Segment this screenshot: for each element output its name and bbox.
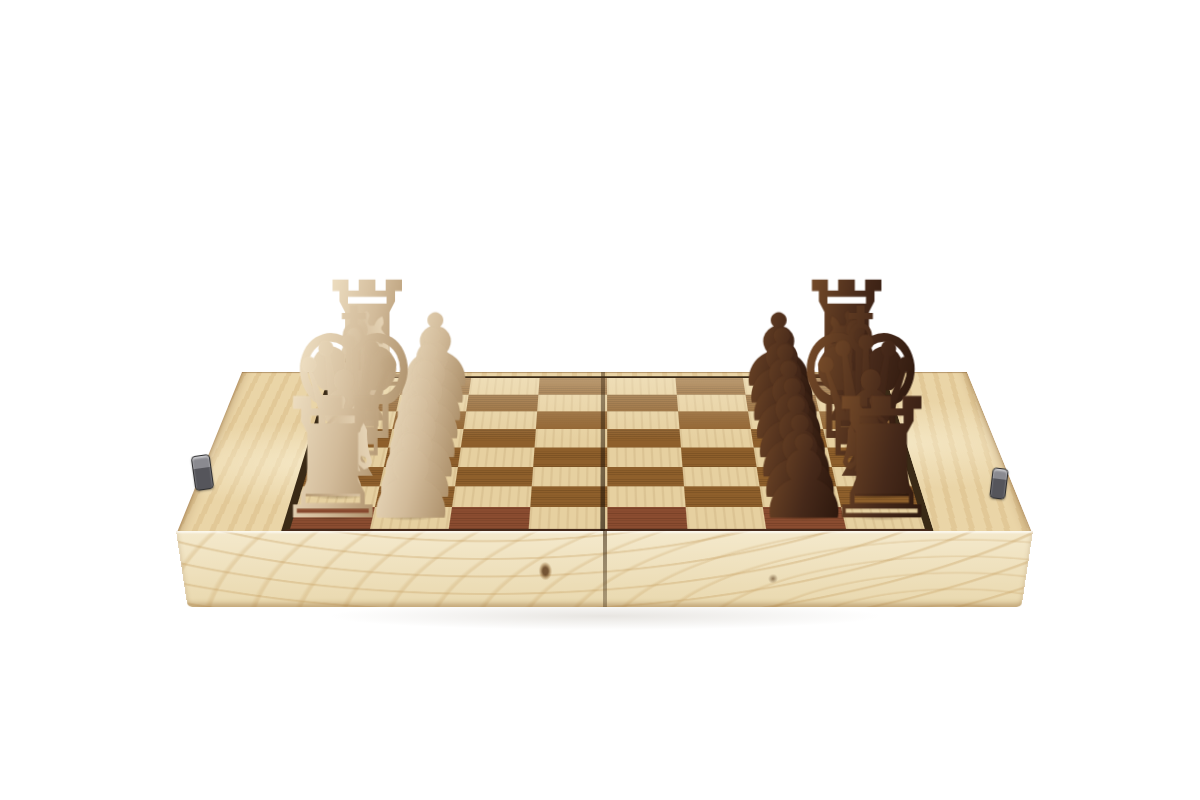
pieces-layer: ♜♟♟♜♞♟♟♞♝♟♟♝♚♟♟♚♛♟♟♛♝♟♟♝♞♟♟♞♜♟♟♜ — [177, 372, 1033, 533]
box-front-face — [176, 531, 1033, 607]
fold-seam-front — [603, 531, 607, 607]
chess-board: ♜♟♟♜♞♟♟♞♝♟♟♝♚♟♟♚♛♟♟♛♝♟♟♝♞♟♟♞♜♟♟♜ — [177, 372, 1033, 533]
photo-stage: ♜♟♟♜♞♟♟♞♝♟♟♝♚♟♟♚♛♟♟♛♝♟♟♝♞♟♟♞♜♟♟♜ — [0, 0, 1200, 800]
